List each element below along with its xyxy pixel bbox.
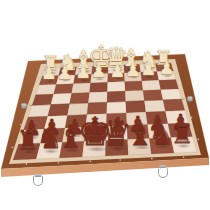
- metal-stud-icon: [33, 88, 35, 90]
- piece-white-pawn[interactable]: ♟: [140, 60, 156, 78]
- metal-stud-icon: [58, 162, 60, 164]
- square-g4[interactable]: [51, 93, 72, 104]
- square-a3[interactable]: [159, 80, 179, 90]
- piece-white-pawn[interactable]: ♟: [57, 64, 73, 82]
- clasp-left: [32, 174, 44, 188]
- piece-white-pawn[interactable]: ♟: [75, 63, 91, 81]
- metal-stud-icon: [26, 163, 28, 165]
- metal-stud-icon: [197, 139, 199, 141]
- piece-black-rook[interactable]: ♜: [170, 121, 194, 148]
- fold-hinge-left-icon: [21, 103, 26, 108]
- metal-stud-icon: [180, 82, 182, 84]
- square-g3[interactable]: [54, 84, 74, 94]
- square-d3[interactable]: [107, 82, 125, 92]
- square-e4[interactable]: [88, 92, 107, 103]
- clasp-right: [156, 165, 169, 180]
- square-a4[interactable]: [161, 89, 182, 100]
- metal-stud-icon: [119, 159, 121, 161]
- chess-set-photo: ♜♞♝♚♛♝♞♜♟♟♟♟♟♟♟♟♟♟♟♟♟♟♟♟♜♞♝♚♛♝♞♜: [0, 0, 210, 210]
- square-b3[interactable]: [142, 80, 161, 90]
- fold-hinge-right-icon: [187, 96, 192, 101]
- square-c3[interactable]: [125, 81, 143, 91]
- square-b4[interactable]: [143, 90, 163, 101]
- metal-stud-icon: [27, 105, 29, 107]
- piece-white-pawn[interactable]: ♟: [109, 61, 125, 79]
- piece-white-pawn[interactable]: ♟: [41, 64, 57, 82]
- square-f3[interactable]: [72, 83, 91, 93]
- metal-stud-icon: [151, 158, 153, 160]
- square-d4[interactable]: [107, 91, 126, 102]
- metal-stud-icon: [89, 161, 91, 163]
- square-h4[interactable]: [32, 94, 54, 105]
- square-e3[interactable]: [90, 82, 108, 92]
- piece-white-pawn[interactable]: ♟: [159, 59, 175, 77]
- piece-white-pawn[interactable]: ♟: [91, 62, 107, 80]
- clasp-loop-icon: [157, 168, 168, 179]
- square-c4[interactable]: [125, 90, 144, 101]
- metal-stud-icon: [176, 68, 178, 70]
- piece-white-pawn[interactable]: ♟: [125, 61, 141, 79]
- metal-stud-icon: [12, 147, 14, 149]
- square-f4[interactable]: [70, 93, 90, 104]
- metal-stud-icon: [183, 156, 185, 158]
- square-h3[interactable]: [36, 84, 57, 94]
- clasp-loop-icon: [33, 176, 43, 186]
- metal-stud-icon: [38, 74, 40, 76]
